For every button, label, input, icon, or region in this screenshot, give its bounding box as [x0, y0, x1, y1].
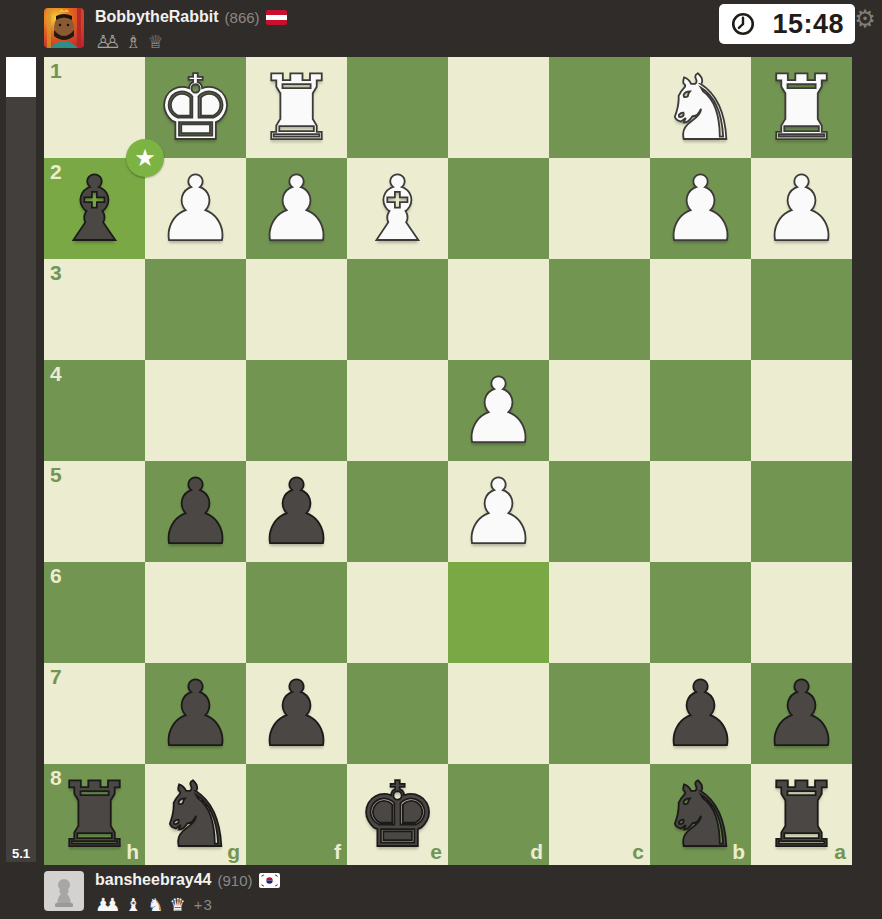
square-b1[interactable]: ♞ — [650, 57, 751, 158]
square-c5[interactable] — [549, 461, 650, 562]
piece-white-pawn[interactable]: ♟ — [448, 360, 549, 461]
square-h2[interactable]: 2♝★ — [44, 158, 145, 259]
square-g3[interactable] — [145, 259, 246, 360]
square-d3[interactable] — [448, 259, 549, 360]
piece-white-pawn[interactable]: ♟ — [246, 158, 347, 259]
default-pawn-avatar — [44, 871, 84, 911]
square-a1[interactable]: ♜ — [751, 57, 852, 158]
bottom-player-avatar[interactable] — [44, 871, 84, 911]
square-e1[interactable] — [347, 57, 448, 158]
captured-queen-icon: ♕ — [147, 31, 164, 52]
piece-white-pawn[interactable]: ♟ — [448, 461, 549, 562]
piece-white-rook[interactable]: ♜ — [246, 57, 347, 158]
square-b7[interactable]: ♟ — [650, 663, 751, 764]
rank-label-3: 3 — [50, 262, 62, 284]
south-korea-flag-icon — [259, 873, 280, 888]
piece-black-pawn[interactable]: ♟ — [145, 663, 246, 764]
square-f1[interactable]: ♜ — [246, 57, 347, 158]
square-g2[interactable]: ♟ — [145, 158, 246, 259]
square-g7[interactable]: ♟ — [145, 663, 246, 764]
top-captured-pieces: ♙♙ ♗ ♕ — [95, 30, 287, 52]
top-player-bar: BobbytheRabbit (866) ♙♙ ♗ ♕ — [0, 0, 882, 57]
top-player-clock: 15:48 — [719, 4, 855, 44]
top-player-name[interactable]: BobbytheRabbit — [95, 8, 219, 26]
piece-black-pawn[interactable]: ♟ — [751, 663, 852, 764]
best-move-star-badge: ★ — [126, 139, 164, 177]
top-player-avatar[interactable] — [44, 8, 84, 48]
square-b3[interactable] — [650, 259, 751, 360]
piece-white-king[interactable]: ♚ — [145, 57, 246, 158]
square-f8[interactable]: f — [246, 764, 347, 865]
piece-white-bishop[interactable]: ♝ — [347, 158, 448, 259]
rank-label-1: 1 — [50, 60, 62, 82]
square-d2[interactable] — [448, 158, 549, 259]
square-d4[interactable]: ♟ — [448, 360, 549, 461]
top-player-rating: (866) — [225, 9, 260, 26]
square-d8[interactable]: d — [448, 764, 549, 865]
piece-white-rook[interactable]: ♜ — [751, 57, 852, 158]
file-label-f: f — [334, 841, 341, 863]
square-d1[interactable] — [448, 57, 549, 158]
square-b5[interactable] — [650, 461, 751, 562]
square-a7[interactable]: ♟ — [751, 663, 852, 764]
square-f6[interactable] — [246, 562, 347, 663]
square-b2[interactable]: ♟ — [650, 158, 751, 259]
material-advantage: +3 — [194, 896, 213, 913]
square-b4[interactable] — [650, 360, 751, 461]
top-clock-time: 15:48 — [772, 9, 844, 40]
square-f2[interactable]: ♟ — [246, 158, 347, 259]
settings-gear-icon[interactable]: ⚙ — [851, 5, 879, 33]
captured-bishop-icon: ♗ — [125, 31, 142, 52]
square-d7[interactable] — [448, 663, 549, 764]
piece-black-bishop[interactable]: ♝ — [44, 158, 145, 259]
square-e5[interactable] — [347, 461, 448, 562]
square-c1[interactable] — [549, 57, 650, 158]
piece-white-pawn[interactable]: ♟ — [751, 158, 852, 259]
square-h5[interactable]: 5 — [44, 461, 145, 562]
evaluation-score: 5.1 — [6, 846, 36, 861]
square-f4[interactable] — [246, 360, 347, 461]
square-a5[interactable] — [751, 461, 852, 562]
square-d6[interactable] — [448, 562, 549, 663]
bottom-player-rating: (910) — [218, 872, 253, 889]
bottom-captured-pieces: ♟♟ ♝ ♞ ♛ +3 — [95, 893, 280, 915]
square-g4[interactable] — [145, 360, 246, 461]
piece-black-knight[interactable]: ♞ — [145, 764, 246, 865]
evaluation-bar: 5.1 — [6, 57, 36, 862]
piece-black-rook[interactable]: ♜ — [44, 764, 145, 865]
square-h1[interactable]: 1 — [44, 57, 145, 158]
square-g6[interactable] — [145, 562, 246, 663]
square-h4[interactable]: 4 — [44, 360, 145, 461]
captured-queen-icon: ♛ — [170, 894, 187, 915]
square-c2[interactable] — [549, 158, 650, 259]
bottom-player-bar: bansheebray44 (910) — [0, 862, 882, 919]
avatar-art — [44, 8, 84, 48]
piece-black-king[interactable]: ♚ — [347, 764, 448, 865]
square-b6[interactable] — [650, 562, 751, 663]
square-f3[interactable] — [246, 259, 347, 360]
square-h8[interactable]: 8h♜ — [44, 764, 145, 865]
square-a6[interactable] — [751, 562, 852, 663]
captured-pawns-icon: ♟♟ — [95, 894, 113, 915]
piece-black-pawn[interactable]: ♟ — [246, 663, 347, 764]
square-e7[interactable] — [347, 663, 448, 764]
piece-black-pawn[interactable]: ♟ — [145, 461, 246, 562]
board: 1♚♜♞♜2♝★♟♟♝♟♟34♟5♟♟♟67♟♟♟♟8h♜g♞fe♚dcb♞a♜ — [44, 57, 852, 865]
square-h6[interactable]: 6 — [44, 562, 145, 663]
captured-pawns-icon: ♙♙ — [95, 31, 113, 52]
square-h7[interactable]: 7 — [44, 663, 145, 764]
square-b8[interactable]: b♞ — [650, 764, 751, 865]
square-c8[interactable]: c — [549, 764, 650, 865]
chess-app: BobbytheRabbit (866) ♙♙ ♗ ♕ — [0, 0, 882, 919]
square-e8[interactable]: e♚ — [347, 764, 448, 865]
square-f5[interactable]: ♟ — [246, 461, 347, 562]
square-g5[interactable]: ♟ — [145, 461, 246, 562]
file-label-c: c — [632, 841, 644, 863]
piece-black-rook[interactable]: ♜ — [751, 764, 852, 865]
piece-black-pawn[interactable]: ♟ — [650, 663, 751, 764]
square-a4[interactable] — [751, 360, 852, 461]
bottom-player-name[interactable]: bansheebray44 — [95, 871, 212, 889]
square-c7[interactable] — [549, 663, 650, 764]
rank-label-7: 7 — [50, 666, 62, 688]
square-c3[interactable] — [549, 259, 650, 360]
evaluation-bar-white-section — [6, 57, 36, 97]
piece-black-pawn[interactable]: ♟ — [246, 461, 347, 562]
clock-icon — [730, 11, 756, 37]
square-e6[interactable] — [347, 562, 448, 663]
square-e2[interactable]: ♝ — [347, 158, 448, 259]
square-e4[interactable] — [347, 360, 448, 461]
captured-bishop-icon: ♝ — [125, 894, 142, 915]
piece-black-knight[interactable]: ♞ — [650, 764, 751, 865]
square-g8[interactable]: g♞ — [145, 764, 246, 865]
square-h3[interactable]: 3 — [44, 259, 145, 360]
square-a8[interactable]: a♜ — [751, 764, 852, 865]
square-g1[interactable]: ♚ — [145, 57, 246, 158]
square-a3[interactable] — [751, 259, 852, 360]
rank-label-4: 4 — [50, 363, 62, 385]
square-f7[interactable]: ♟ — [246, 663, 347, 764]
file-label-d: d — [530, 841, 543, 863]
star-icon: ★ — [134, 146, 156, 170]
square-a2[interactable]: ♟ — [751, 158, 852, 259]
austria-flag-icon — [266, 10, 287, 25]
square-c6[interactable] — [549, 562, 650, 663]
piece-white-pawn[interactable]: ♟ — [650, 158, 751, 259]
square-e3[interactable] — [347, 259, 448, 360]
square-d5[interactable]: ♟ — [448, 461, 549, 562]
rank-label-6: 6 — [50, 565, 62, 587]
captured-knight-icon: ♞ — [147, 894, 164, 915]
square-c4[interactable] — [549, 360, 650, 461]
piece-white-knight[interactable]: ♞ — [650, 57, 751, 158]
rank-label-5: 5 — [50, 464, 62, 486]
piece-white-pawn[interactable]: ♟ — [145, 158, 246, 259]
